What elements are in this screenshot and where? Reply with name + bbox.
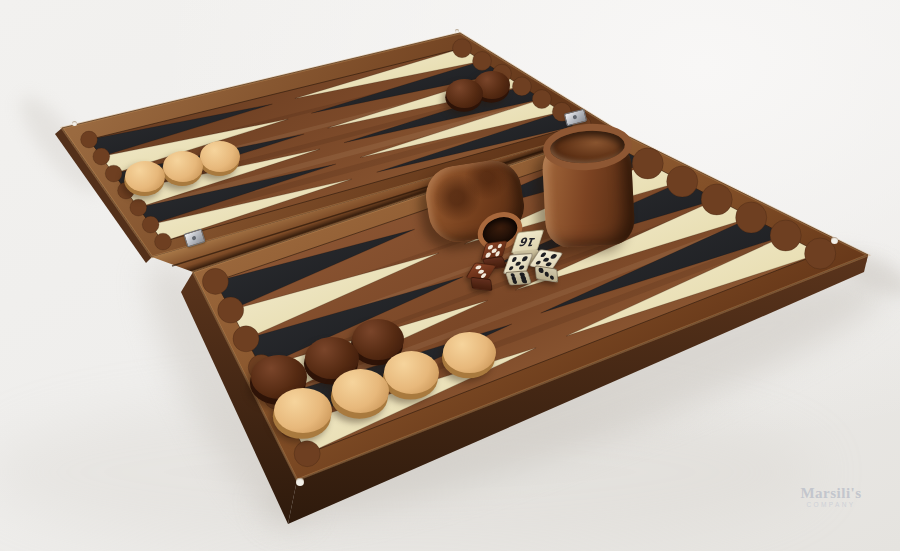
die-pip	[497, 243, 503, 248]
die-front-face	[505, 270, 532, 285]
magnet-dot-1	[72, 121, 77, 126]
checker-top	[125, 161, 165, 192]
dice-cup-tilted	[421, 163, 527, 247]
dice-cup-upright	[541, 124, 636, 248]
magnet-dot-2	[455, 29, 459, 33]
backgammon-set-photo: 16 Marsili's COMPANY	[0, 0, 900, 551]
die-pip	[535, 260, 542, 265]
light-checker	[200, 141, 240, 172]
die-front-face	[470, 277, 492, 292]
checker-top	[163, 151, 203, 182]
die-pip	[512, 279, 518, 284]
die-pip	[519, 265, 525, 270]
die-pip	[549, 275, 554, 280]
watermark-subtitle: COMPANY	[788, 502, 874, 509]
die-pip	[539, 268, 544, 273]
checker-top	[446, 79, 483, 108]
light-checker	[384, 351, 439, 394]
hinge-clasp-1	[183, 229, 205, 248]
die-pip	[545, 262, 552, 267]
die-front-face	[535, 265, 559, 283]
brown-die-2	[470, 263, 500, 299]
checker-top	[443, 332, 496, 373]
die-pip	[522, 256, 528, 261]
white-die-2	[534, 250, 564, 286]
light-checker	[125, 161, 165, 192]
light-checker	[443, 332, 496, 373]
die-pip	[521, 278, 527, 283]
watermark-brand: Marsili's	[788, 486, 874, 501]
checker-top	[274, 388, 332, 433]
die-pip	[508, 266, 514, 271]
magnet-dot-4	[296, 478, 304, 486]
checker-top	[384, 351, 439, 394]
light-checker	[332, 369, 389, 413]
doubling-cube-value: 16	[511, 231, 543, 251]
pieces-layer: 16	[0, 0, 900, 551]
dark-checker	[446, 79, 483, 108]
clasp-pin	[191, 235, 196, 240]
watermark: Marsili's COMPANY	[788, 486, 874, 509]
clasp-pin	[572, 115, 577, 120]
checker-top	[332, 369, 389, 413]
light-checker	[163, 151, 203, 182]
light-checker	[274, 388, 332, 433]
checker-top	[200, 141, 240, 172]
die-pip	[550, 254, 557, 259]
magnet-dot-3	[831, 237, 838, 244]
die-pip	[544, 271, 549, 276]
